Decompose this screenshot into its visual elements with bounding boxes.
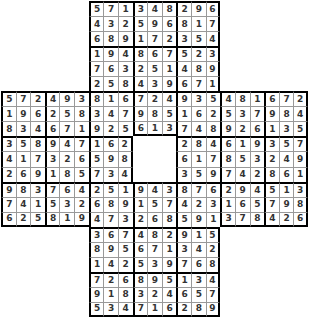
empty-region: [30, 16, 45, 31]
cell-r8c12: 7: [176, 121, 191, 136]
cell-r4c8: 3: [118, 61, 133, 76]
cell-r14c20: 6: [293, 212, 308, 227]
cell-r13c20: 8: [293, 197, 308, 212]
cell-r4c7: 6: [103, 61, 118, 76]
cell-r14c3: 8: [45, 212, 60, 227]
cell-r7c15: 5: [220, 106, 235, 121]
cell-r20c7: 3: [103, 302, 118, 317]
cell-r6c12: 9: [176, 91, 191, 106]
empty-region: [279, 242, 294, 257]
cell-r12c7: 5: [103, 182, 118, 197]
empty-region: [74, 61, 89, 76]
empty-region: [45, 242, 60, 257]
cell-r9c4: 4: [59, 136, 74, 151]
empty-region: [30, 242, 45, 257]
cell-r9c1: 5: [16, 136, 31, 151]
cell-r15c14: 5: [206, 227, 221, 242]
empty-region: [293, 227, 308, 242]
cell-r16c10: 7: [147, 242, 162, 257]
cell-r4c9: 2: [133, 61, 148, 76]
empty-region: [293, 31, 308, 46]
cell-r17c9: 5: [133, 257, 148, 272]
cell-r12c8: 1: [118, 182, 133, 197]
cell-r10c14: 7: [206, 151, 221, 166]
empty-region: [133, 151, 148, 166]
empty-region: [220, 302, 235, 317]
cell-r3c9: 8: [133, 46, 148, 61]
empty-region: [45, 272, 60, 287]
cell-r10c13: 1: [191, 151, 206, 166]
cell-r11c12: 3: [176, 167, 191, 182]
cell-r0c12: 2: [176, 1, 191, 16]
cell-r8c18: 1: [264, 121, 279, 136]
cell-r6c19: 7: [279, 91, 294, 106]
empty-region: [220, 1, 235, 16]
cell-r14c1: 2: [16, 212, 31, 227]
cell-r19c8: 8: [118, 287, 133, 302]
cell-r6c1: 7: [16, 91, 31, 106]
cell-r6c4: 9: [59, 91, 74, 106]
cell-r7c9: 9: [133, 106, 148, 121]
cell-r4c11: 1: [162, 61, 177, 76]
cell-r14c15: 3: [220, 212, 235, 227]
cell-r14c17: 8: [250, 212, 265, 227]
cell-r4c10: 5: [147, 61, 162, 76]
cell-r13c15: 1: [220, 197, 235, 212]
empty-region: [279, 76, 294, 91]
cell-r7c14: 2: [206, 106, 221, 121]
cell-r7c2: 6: [30, 106, 45, 121]
cell-r15c9: 4: [133, 227, 148, 242]
cell-r8c14: 8: [206, 121, 221, 136]
cell-r1c14: 7: [206, 16, 221, 31]
empty-region: [235, 31, 250, 46]
empty-region: [250, 46, 265, 61]
empty-region: [74, 257, 89, 272]
cell-r0c11: 8: [162, 1, 177, 16]
cell-r18c6: 7: [89, 272, 104, 287]
cell-r2c8: 9: [118, 31, 133, 46]
empty-region: [250, 16, 265, 31]
empty-region: [1, 287, 16, 302]
empty-region: [74, 302, 89, 317]
empty-region: [235, 287, 250, 302]
empty-region: [30, 302, 45, 317]
empty-region: [45, 302, 60, 317]
empty-region: [279, 287, 294, 302]
cell-r12c3: 7: [45, 182, 60, 197]
empty-region: [1, 1, 16, 16]
cell-r11c0: 2: [1, 167, 16, 182]
empty-region: [30, 257, 45, 272]
empty-region: [59, 227, 74, 242]
cell-r14c11: 8: [162, 212, 177, 227]
cell-r15c7: 6: [103, 227, 118, 242]
cell-r14c10: 6: [147, 212, 162, 227]
cell-r11c4: 8: [59, 167, 74, 182]
cell-r12c18: 5: [264, 182, 279, 197]
cell-r14c5: 9: [74, 212, 89, 227]
cell-r12c5: 4: [74, 182, 89, 197]
cell-r14c16: 7: [235, 212, 250, 227]
cell-r12c1: 8: [16, 182, 31, 197]
empty-region: [16, 257, 31, 272]
cell-r10c6: 5: [89, 151, 104, 166]
cell-r10c17: 3: [250, 151, 265, 166]
cell-r16c6: 8: [89, 242, 104, 257]
empty-region: [74, 1, 89, 16]
empty-region: [16, 46, 31, 61]
empty-region: [30, 76, 45, 91]
cell-r4c12: 4: [176, 61, 191, 76]
cell-r12c17: 4: [250, 182, 265, 197]
empty-region: [59, 61, 74, 76]
cell-r0c10: 4: [147, 1, 162, 16]
cell-r15c8: 7: [118, 227, 133, 242]
cell-r1c9: 5: [133, 16, 148, 31]
empty-region: [74, 16, 89, 31]
cell-r5c10: 3: [147, 76, 162, 91]
cell-r6c8: 6: [118, 91, 133, 106]
cell-r8c15: 9: [220, 121, 235, 136]
cell-r11c14: 9: [206, 167, 221, 182]
cell-r17c10: 3: [147, 257, 162, 272]
cell-r6c5: 3: [74, 91, 89, 106]
empty-region: [264, 31, 279, 46]
empty-region: [235, 242, 250, 257]
cell-r20c14: 9: [206, 302, 221, 317]
cell-r5c13: 7: [191, 76, 206, 91]
cell-r17c7: 4: [103, 257, 118, 272]
empty-region: [45, 76, 60, 91]
cell-r19c10: 2: [147, 287, 162, 302]
empty-region: [220, 76, 235, 91]
samurai-sudoku-board: 5713482964325968176891723541948675237632…: [1, 1, 308, 317]
empty-region: [45, 31, 60, 46]
empty-region: [235, 16, 250, 31]
empty-region: [264, 76, 279, 91]
cell-r1c6: 4: [89, 16, 104, 31]
cell-r13c10: 5: [147, 197, 162, 212]
empty-region: [59, 76, 74, 91]
empty-region: [74, 46, 89, 61]
cell-r12c4: 6: [59, 182, 74, 197]
empty-region: [279, 46, 294, 61]
cell-r9c8: 2: [118, 136, 133, 151]
cell-r8c6: 9: [89, 121, 104, 136]
cell-r11c17: 2: [250, 167, 265, 182]
cell-r9c0: 3: [1, 136, 16, 151]
empty-region: [162, 136, 177, 151]
cell-r9c3: 9: [45, 136, 60, 151]
cell-r9c19: 5: [279, 136, 294, 151]
cell-r18c7: 2: [103, 272, 118, 287]
empty-region: [30, 287, 45, 302]
cell-r7c1: 9: [16, 106, 31, 121]
cell-r17c14: 8: [206, 257, 221, 272]
empty-region: [293, 302, 308, 317]
cell-r10c8: 8: [118, 151, 133, 166]
cell-r7c5: 8: [74, 106, 89, 121]
cell-r16c12: 3: [176, 242, 191, 257]
cell-r11c19: 6: [279, 167, 294, 182]
cell-r18c9: 8: [133, 272, 148, 287]
cell-r13c8: 9: [118, 197, 133, 212]
cell-r6c14: 5: [206, 91, 221, 106]
empty-region: [59, 302, 74, 317]
empty-region: [45, 16, 60, 31]
cell-r2c12: 3: [176, 31, 191, 46]
cell-r9c7: 6: [103, 136, 118, 151]
cell-r13c7: 8: [103, 197, 118, 212]
cell-r8c0: 8: [1, 121, 16, 136]
empty-region: [264, 16, 279, 31]
empty-region: [235, 257, 250, 272]
empty-region: [293, 46, 308, 61]
empty-region: [30, 1, 45, 16]
empty-region: [220, 61, 235, 76]
empty-region: [74, 242, 89, 257]
cell-r3c11: 7: [162, 46, 177, 61]
cell-r10c12: 6: [176, 151, 191, 166]
cell-r11c1: 6: [16, 167, 31, 182]
cell-r19c13: 5: [191, 287, 206, 302]
cell-r14c2: 5: [30, 212, 45, 227]
cell-r6c2: 2: [30, 91, 45, 106]
cell-r11c13: 5: [191, 167, 206, 182]
cell-r15c13: 1: [191, 227, 206, 242]
cell-r11c2: 9: [30, 167, 45, 182]
cell-r2c13: 5: [191, 31, 206, 46]
cell-r16c11: 1: [162, 242, 177, 257]
empty-region: [220, 227, 235, 242]
cell-r15c11: 2: [162, 227, 177, 242]
empty-region: [16, 76, 31, 91]
cell-r13c3: 5: [45, 197, 60, 212]
cell-r18c8: 6: [118, 272, 133, 287]
cell-r9c15: 6: [220, 136, 235, 151]
cell-r10c3: 3: [45, 151, 60, 166]
cell-r18c10: 9: [147, 272, 162, 287]
empty-region: [162, 167, 177, 182]
empty-region: [293, 287, 308, 302]
empty-region: [264, 257, 279, 272]
empty-region: [162, 151, 177, 166]
empty-region: [264, 227, 279, 242]
cell-r13c1: 4: [16, 197, 31, 212]
cell-r9c13: 8: [191, 136, 206, 151]
empty-region: [250, 302, 265, 317]
empty-region: [30, 31, 45, 46]
cell-r4c13: 8: [191, 61, 206, 76]
empty-region: [30, 61, 45, 76]
empty-region: [45, 61, 60, 76]
empty-region: [59, 1, 74, 16]
empty-region: [16, 287, 31, 302]
cell-r0c6: 5: [89, 1, 104, 16]
empty-region: [250, 257, 265, 272]
cell-r12c20: 3: [293, 182, 308, 197]
empty-region: [74, 287, 89, 302]
empty-region: [30, 227, 45, 242]
cell-r6c3: 4: [45, 91, 60, 106]
cell-r9c2: 8: [30, 136, 45, 151]
cell-r2c7: 8: [103, 31, 118, 46]
empty-region: [250, 287, 265, 302]
empty-region: [45, 257, 60, 272]
cell-r13c9: 1: [133, 197, 148, 212]
cell-r10c19: 4: [279, 151, 294, 166]
cell-r8c2: 4: [30, 121, 45, 136]
cell-r10c7: 9: [103, 151, 118, 166]
cell-r6c10: 2: [147, 91, 162, 106]
empty-region: [235, 302, 250, 317]
cell-r12c2: 3: [30, 182, 45, 197]
cell-r8c20: 5: [293, 121, 308, 136]
cell-r5c6: 2: [89, 76, 104, 91]
cell-r8c1: 3: [16, 121, 31, 136]
cell-r9c17: 9: [250, 136, 265, 151]
cell-r11c16: 4: [235, 167, 250, 182]
cell-r7c10: 8: [147, 106, 162, 121]
cell-r5c11: 9: [162, 76, 177, 91]
empty-region: [74, 31, 89, 46]
empty-region: [59, 31, 74, 46]
cell-r10c18: 2: [264, 151, 279, 166]
cell-r4c14: 9: [206, 61, 221, 76]
cell-r13c17: 5: [250, 197, 265, 212]
cell-r13c11: 7: [162, 197, 177, 212]
cell-r8c11: 3: [162, 121, 177, 136]
empty-region: [16, 272, 31, 287]
cell-r6c18: 6: [264, 91, 279, 106]
cell-r18c14: 4: [206, 272, 221, 287]
empty-region: [250, 242, 265, 257]
cell-r7c20: 4: [293, 106, 308, 121]
cell-r12c12: 8: [176, 182, 191, 197]
empty-region: [45, 287, 60, 302]
empty-region: [293, 272, 308, 287]
empty-region: [235, 61, 250, 76]
cell-r20c6: 5: [89, 302, 104, 317]
cell-r2c10: 7: [147, 31, 162, 46]
cell-r18c12: 1: [176, 272, 191, 287]
empty-region: [235, 1, 250, 16]
empty-region: [1, 31, 16, 46]
cell-r16c14: 2: [206, 242, 221, 257]
cell-r7c6: 3: [89, 106, 104, 121]
cell-r1c10: 9: [147, 16, 162, 31]
cell-r8c5: 1: [74, 121, 89, 136]
empty-region: [1, 46, 16, 61]
cell-r1c13: 1: [191, 16, 206, 31]
cell-r14c4: 1: [59, 212, 74, 227]
cell-r11c18: 8: [264, 167, 279, 182]
cell-r20c9: 7: [133, 302, 148, 317]
empty-region: [59, 46, 74, 61]
cell-r20c8: 4: [118, 302, 133, 317]
empty-region: [30, 46, 45, 61]
cell-r16c8: 5: [118, 242, 133, 257]
cell-r3c12: 5: [176, 46, 191, 61]
cell-r19c9: 3: [133, 287, 148, 302]
cell-r14c7: 7: [103, 212, 118, 227]
cell-r0c8: 1: [118, 1, 133, 16]
empty-region: [264, 302, 279, 317]
empty-region: [293, 257, 308, 272]
empty-region: [59, 272, 74, 287]
cell-r14c0: 6: [1, 212, 16, 227]
cell-r11c3: 1: [45, 167, 60, 182]
cell-r9c14: 4: [206, 136, 221, 151]
cell-r2c11: 2: [162, 31, 177, 46]
cell-r10c20: 9: [293, 151, 308, 166]
cell-r13c16: 6: [235, 197, 250, 212]
cell-r11c15: 7: [220, 167, 235, 182]
cell-r13c12: 4: [176, 197, 191, 212]
cell-r6c16: 8: [235, 91, 250, 106]
cell-r6c11: 4: [162, 91, 177, 106]
empty-region: [147, 136, 162, 151]
empty-region: [16, 61, 31, 76]
empty-region: [235, 46, 250, 61]
cell-r14c12: 5: [176, 212, 191, 227]
cell-r1c7: 3: [103, 16, 118, 31]
cell-r12c10: 4: [147, 182, 162, 197]
empty-region: [293, 76, 308, 91]
empty-region: [16, 302, 31, 317]
cell-r1c12: 8: [176, 16, 191, 31]
cell-r8c16: 2: [235, 121, 250, 136]
cell-r16c7: 9: [103, 242, 118, 257]
empty-region: [250, 61, 265, 76]
cell-r2c9: 1: [133, 31, 148, 46]
cell-r7c7: 4: [103, 106, 118, 121]
cell-r5c7: 5: [103, 76, 118, 91]
cell-r7c19: 8: [279, 106, 294, 121]
cell-r3c10: 6: [147, 46, 162, 61]
cell-r4c6: 7: [89, 61, 104, 76]
cell-r7c17: 7: [250, 106, 265, 121]
empty-region: [235, 227, 250, 242]
cell-r17c12: 7: [176, 257, 191, 272]
cell-r8c10: 1: [147, 121, 162, 136]
cell-r5c9: 4: [133, 76, 148, 91]
cell-r5c8: 8: [118, 76, 133, 91]
cell-r0c14: 6: [206, 1, 221, 16]
cell-r14c6: 4: [89, 212, 104, 227]
cell-r10c2: 7: [30, 151, 45, 166]
cell-r8c9: 6: [133, 121, 148, 136]
cell-r13c14: 3: [206, 197, 221, 212]
empty-region: [264, 272, 279, 287]
empty-region: [133, 136, 148, 151]
empty-region: [250, 31, 265, 46]
cell-r6c20: 2: [293, 91, 308, 106]
cell-r6c9: 7: [133, 91, 148, 106]
cell-r17c8: 2: [118, 257, 133, 272]
cell-r8c7: 2: [103, 121, 118, 136]
empty-region: [1, 16, 16, 31]
cell-r3c14: 3: [206, 46, 221, 61]
cell-r7c16: 3: [235, 106, 250, 121]
empty-region: [220, 242, 235, 257]
empty-region: [293, 16, 308, 31]
empty-region: [220, 272, 235, 287]
cell-r0c7: 7: [103, 1, 118, 16]
cell-r11c7: 3: [103, 167, 118, 182]
cell-r7c18: 9: [264, 106, 279, 121]
